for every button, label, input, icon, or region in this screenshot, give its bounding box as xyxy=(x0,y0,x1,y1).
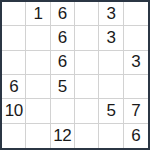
cell-r6c2[interactable] xyxy=(26,124,50,148)
cell-r5c2[interactable] xyxy=(26,99,50,123)
cell-r4c4[interactable] xyxy=(75,75,99,99)
cell-r2c4[interactable] xyxy=(75,26,99,50)
cell-r1c5: 3 xyxy=(99,2,123,26)
cell-r2c6[interactable] xyxy=(124,26,148,50)
cell-r2c5: 3 xyxy=(99,26,123,50)
cell-r1c2: 1 xyxy=(26,2,50,26)
puzzle-grid: 1 6 3 6 3 6 3 6 5 10 5 7 12 6 xyxy=(0,0,150,150)
cell-r6c1[interactable] xyxy=(2,124,26,148)
cell-r3c5[interactable] xyxy=(99,51,123,75)
cell-r4c5[interactable] xyxy=(99,75,123,99)
cell-r1c4[interactable] xyxy=(75,2,99,26)
cell-r5c5: 5 xyxy=(99,99,123,123)
cell-r5c1: 10 xyxy=(2,99,26,123)
cell-r6c3: 12 xyxy=(51,124,75,148)
cell-r6c4[interactable] xyxy=(75,124,99,148)
cell-r1c3: 6 xyxy=(51,2,75,26)
cell-r6c5[interactable] xyxy=(99,124,123,148)
cell-r5c6: 7 xyxy=(124,99,148,123)
cell-r4c6[interactable] xyxy=(124,75,148,99)
cell-r4c3: 5 xyxy=(51,75,75,99)
cell-r2c3: 6 xyxy=(51,26,75,50)
cell-r1c1[interactable] xyxy=(2,2,26,26)
cell-r2c2[interactable] xyxy=(26,26,50,50)
cell-r1c6[interactable] xyxy=(124,2,148,26)
cell-r3c4[interactable] xyxy=(75,51,99,75)
cell-r3c3: 6 xyxy=(51,51,75,75)
cell-r6c6: 6 xyxy=(124,124,148,148)
cell-r3c6: 3 xyxy=(124,51,148,75)
cell-r3c2[interactable] xyxy=(26,51,50,75)
cell-r4c1: 6 xyxy=(2,75,26,99)
cell-r4c2[interactable] xyxy=(26,75,50,99)
cell-r2c1[interactable] xyxy=(2,26,26,50)
cell-r5c3[interactable] xyxy=(51,99,75,123)
cell-r5c4[interactable] xyxy=(75,99,99,123)
cell-r3c1[interactable] xyxy=(2,51,26,75)
